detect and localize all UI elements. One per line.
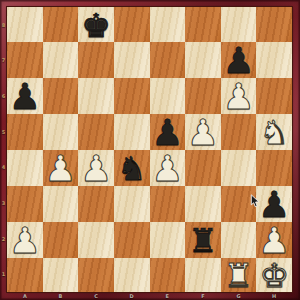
square-e1[interactable] [150,258,186,293]
square-d6[interactable] [114,78,150,114]
square-g2[interactable] [221,222,257,258]
square-h5[interactable]: ♞ [256,114,292,150]
square-b6[interactable] [43,78,79,114]
square-c1[interactable] [78,258,114,293]
file-label-g: G [221,292,257,300]
square-f6[interactable] [185,78,221,114]
square-c2[interactable] [78,222,114,258]
square-b2[interactable] [43,222,79,258]
white-pawn[interactable]: ♟ [80,151,112,187]
square-h1[interactable]: ♚ [256,258,292,293]
square-d3[interactable] [114,186,150,222]
square-a1[interactable] [7,258,43,293]
black-pawn[interactable]: ♟ [222,43,254,79]
square-c4[interactable]: ♟ [78,150,114,186]
square-c8[interactable]: ♚ [78,7,114,42]
black-rook[interactable]: ♜ [188,224,218,257]
square-f1[interactable] [185,258,221,293]
white-rook[interactable]: ♜ [224,259,254,292]
square-b1[interactable] [43,258,79,293]
square-f7[interactable] [185,42,221,78]
square-d2[interactable] [114,222,150,258]
file-label-e: E [150,292,186,300]
file-label-d: D [114,292,150,300]
black-pawn[interactable]: ♟ [258,187,290,223]
square-h2[interactable]: ♟ [256,222,292,258]
square-b8[interactable] [43,7,79,42]
square-g7[interactable]: ♟ [221,42,257,78]
square-d5[interactable] [114,114,150,150]
white-king[interactable]: ♚ [259,259,289,292]
square-b7[interactable] [43,42,79,78]
square-c7[interactable] [78,42,114,78]
rank-label-1: 1 [0,256,7,292]
square-b5[interactable] [43,114,79,150]
square-f3[interactable] [185,186,221,222]
square-h6[interactable] [256,78,292,114]
white-pawn[interactable]: ♟ [258,223,290,259]
white-pawn[interactable]: ♟ [151,151,183,187]
square-g6[interactable]: ♟ [221,78,257,114]
square-a8[interactable] [7,7,43,42]
square-a5[interactable] [7,114,43,150]
chess-board-frame: ♚♟♟♟♟♟♞♟♟♞♟♟♟♜♟♜♚ 87654321 ABCDEFGH [0,0,300,300]
square-d7[interactable] [114,42,150,78]
chess-board[interactable]: ♚♟♟♟♟♟♞♟♟♞♟♟♟♜♟♜♚ [7,7,292,292]
square-f5[interactable]: ♟ [185,114,221,150]
white-pawn[interactable]: ♟ [44,151,76,187]
rank-label-2: 2 [0,221,7,257]
rank-label-8: 8 [0,7,7,43]
square-h8[interactable] [256,7,292,42]
square-b3[interactable] [43,186,79,222]
file-label-a: A [7,292,43,300]
file-label-c: C [78,292,114,300]
square-d8[interactable] [114,7,150,42]
white-knight[interactable]: ♞ [259,116,289,149]
white-pawn[interactable]: ♟ [187,115,219,151]
square-a2[interactable]: ♟ [7,222,43,258]
white-pawn[interactable]: ♟ [9,223,41,259]
rank-label-4: 4 [0,150,7,186]
square-g4[interactable] [221,150,257,186]
square-g3[interactable] [221,186,257,222]
black-king[interactable]: ♚ [81,9,111,42]
square-g1[interactable]: ♜ [221,258,257,293]
square-e2[interactable] [150,222,186,258]
black-knight[interactable]: ♞ [117,152,147,185]
square-e5[interactable]: ♟ [150,114,186,150]
square-a3[interactable] [7,186,43,222]
file-label-b: B [43,292,79,300]
square-c6[interactable] [78,78,114,114]
square-h7[interactable] [256,42,292,78]
rank-label-7: 7 [0,43,7,79]
square-b4[interactable]: ♟ [43,150,79,186]
square-f8[interactable] [185,7,221,42]
square-e6[interactable] [150,78,186,114]
square-a6[interactable]: ♟ [7,78,43,114]
square-e7[interactable] [150,42,186,78]
rank-label-3: 3 [0,185,7,221]
square-f2[interactable]: ♜ [185,222,221,258]
file-label-f: F [185,292,221,300]
square-f4[interactable] [185,150,221,186]
square-a7[interactable] [7,42,43,78]
rank-label-5: 5 [0,114,7,150]
file-label-h: H [256,292,292,300]
square-e8[interactable] [150,7,186,42]
rank-label-6: 6 [0,78,7,114]
square-h4[interactable] [256,150,292,186]
square-e3[interactable] [150,186,186,222]
square-c5[interactable] [78,114,114,150]
square-h3[interactable]: ♟ [256,186,292,222]
square-c3[interactable] [78,186,114,222]
square-d4[interactable]: ♞ [114,150,150,186]
black-pawn[interactable]: ♟ [151,115,183,151]
square-a4[interactable] [7,150,43,186]
square-g8[interactable] [221,7,257,42]
square-d1[interactable] [114,258,150,293]
square-e4[interactable]: ♟ [150,150,186,186]
black-pawn[interactable]: ♟ [9,79,41,115]
square-g5[interactable] [221,114,257,150]
white-pawn[interactable]: ♟ [222,79,254,115]
